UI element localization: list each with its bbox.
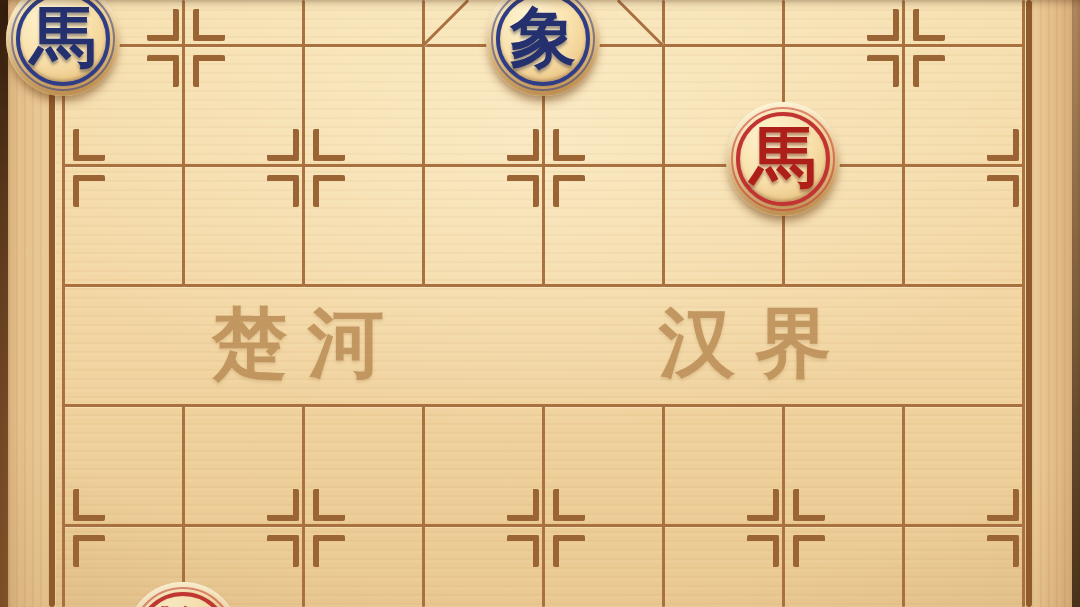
point-marker-f7r3-br <box>913 55 945 87</box>
point-marker-f8r4-bl <box>987 175 1019 207</box>
piece-glyph: 象 <box>486 0 600 95</box>
grid-line-file-7-bottom <box>902 404 905 607</box>
point-marker-f4r4-tl <box>507 129 539 161</box>
grid-line-file-8 <box>1022 0 1025 607</box>
grid-line-file-1-bottom <box>182 404 185 607</box>
point-marker-f8r4-tl <box>987 129 1019 161</box>
point-marker-f0r7-tr <box>73 489 105 521</box>
grid-line-file-4-bottom <box>542 404 545 607</box>
palace-diagonal-right <box>617 0 664 46</box>
piece-black-horse-a3[interactable]: 馬 <box>6 0 120 96</box>
point-marker-f0r7-br <box>73 535 105 567</box>
point-marker-f1r3-tr <box>193 9 225 41</box>
grid-line-file-2-bottom <box>302 404 305 607</box>
point-marker-f0r4-br <box>73 175 105 207</box>
xiangqi-board[interactable]: 楚河 汉界 馬象馬炮 <box>0 0 1080 607</box>
grid-line-file-1-top <box>182 0 185 287</box>
point-marker-f2r7-br <box>313 535 345 567</box>
point-marker-f8r7-tl <box>987 489 1019 521</box>
grid-line-file-6-bottom <box>782 404 785 607</box>
point-marker-f2r7-tl <box>267 489 299 521</box>
point-marker-f2r7-bl <box>267 535 299 567</box>
river-label-chu-he: 楚河 <box>212 300 404 386</box>
piece-black-elephant-e3[interactable]: 象 <box>486 0 600 96</box>
point-marker-f6r7-br <box>793 535 825 567</box>
piece-glyph: 馬 <box>726 101 840 215</box>
river-label-han-jie: 汉界 <box>659 300 851 386</box>
grid-line-file-7-top <box>902 0 905 287</box>
point-marker-f0r4-tr <box>73 129 105 161</box>
piece-glyph: 炮 <box>126 581 240 607</box>
point-marker-f8r7-bl <box>987 535 1019 567</box>
point-marker-f1r3-br <box>193 55 225 87</box>
point-marker-f4r7-br <box>553 535 585 567</box>
grid-line-file-5-bottom <box>662 404 665 607</box>
point-marker-f7r3-bl <box>867 55 899 87</box>
point-marker-f4r4-bl <box>507 175 539 207</box>
point-marker-f4r7-bl <box>507 535 539 567</box>
board-edge-shadow-right <box>1072 0 1080 607</box>
point-marker-f2r4-bl <box>267 175 299 207</box>
point-marker-f2r4-tl <box>267 129 299 161</box>
piece-red-horse-g4[interactable]: 馬 <box>726 102 840 216</box>
point-marker-f1r3-bl <box>147 55 179 87</box>
point-marker-f6r7-bl <box>747 535 779 567</box>
point-marker-f2r7-tr <box>313 489 345 521</box>
grid-line-file-2-top <box>302 0 305 287</box>
point-marker-f7r3-tr <box>913 9 945 41</box>
point-marker-f2r4-tr <box>313 129 345 161</box>
grid-line-file-3-bottom <box>422 404 425 607</box>
point-marker-f4r4-br <box>553 175 585 207</box>
point-marker-f4r4-tr <box>553 129 585 161</box>
point-marker-f4r7-tr <box>553 489 585 521</box>
point-marker-f7r3-tl <box>867 9 899 41</box>
point-marker-f6r7-tl <box>747 489 779 521</box>
point-marker-f4r7-tl <box>507 489 539 521</box>
point-marker-f6r7-tr <box>793 489 825 521</box>
point-marker-f1r3-tl <box>147 9 179 41</box>
palace-diagonal-left <box>422 0 469 46</box>
piece-glyph: 馬 <box>6 0 120 95</box>
piece-red-cannon-b8[interactable]: 炮 <box>126 582 240 607</box>
point-marker-f2r4-br <box>313 175 345 207</box>
